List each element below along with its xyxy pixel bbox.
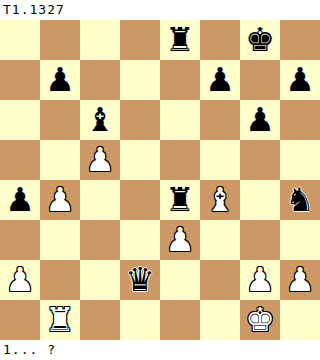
square-e8[interactable]: ♜ bbox=[160, 20, 200, 60]
black-pawn-h7[interactable]: ♟ bbox=[280, 60, 320, 100]
square-f4[interactable]: ♝ bbox=[200, 180, 240, 220]
black-queen-d2[interactable]: ♛ bbox=[120, 260, 160, 300]
white-rook-b1[interactable]: ♜ bbox=[40, 300, 80, 340]
white-bishop-f4[interactable]: ♝ bbox=[200, 180, 240, 220]
square-g2[interactable]: ♟ bbox=[240, 260, 280, 300]
black-king-g8[interactable]: ♚ bbox=[240, 20, 280, 60]
square-d6[interactable] bbox=[120, 100, 160, 140]
square-d5[interactable] bbox=[120, 140, 160, 180]
square-h2[interactable]: ♟ bbox=[280, 260, 320, 300]
square-g6[interactable]: ♟ bbox=[240, 100, 280, 140]
black-rook-e8[interactable]: ♜ bbox=[160, 20, 200, 60]
black-pawn-f7[interactable]: ♟ bbox=[200, 60, 240, 100]
square-b4[interactable]: ♟ bbox=[40, 180, 80, 220]
square-b5[interactable] bbox=[40, 140, 80, 180]
black-pawn-a4[interactable]: ♟ bbox=[0, 180, 40, 220]
square-b8[interactable] bbox=[40, 20, 80, 60]
square-g3[interactable] bbox=[240, 220, 280, 260]
square-a5[interactable] bbox=[0, 140, 40, 180]
square-f5[interactable] bbox=[200, 140, 240, 180]
square-d2[interactable]: ♛ bbox=[120, 260, 160, 300]
square-f7[interactable]: ♟ bbox=[200, 60, 240, 100]
square-a4[interactable]: ♟ bbox=[0, 180, 40, 220]
black-pawn-b7[interactable]: ♟ bbox=[40, 60, 80, 100]
white-pawn-g2[interactable]: ♟ bbox=[240, 260, 280, 300]
move-prompt: 1... ? bbox=[0, 340, 320, 360]
square-f8[interactable] bbox=[200, 20, 240, 60]
square-a3[interactable] bbox=[0, 220, 40, 260]
square-f1[interactable] bbox=[200, 300, 240, 340]
black-knight-h4[interactable]: ♞ bbox=[280, 180, 320, 220]
square-e1[interactable] bbox=[160, 300, 200, 340]
square-c5[interactable]: ♟ bbox=[80, 140, 120, 180]
square-a1[interactable] bbox=[0, 300, 40, 340]
black-pawn-g6[interactable]: ♟ bbox=[240, 100, 280, 140]
square-h3[interactable] bbox=[280, 220, 320, 260]
white-king-g1[interactable]: ♚ bbox=[240, 300, 280, 340]
square-b1[interactable]: ♜ bbox=[40, 300, 80, 340]
white-pawn-b4[interactable]: ♟ bbox=[40, 180, 80, 220]
square-h1[interactable] bbox=[280, 300, 320, 340]
square-e4[interactable]: ♜ bbox=[160, 180, 200, 220]
square-g5[interactable] bbox=[240, 140, 280, 180]
square-d1[interactable] bbox=[120, 300, 160, 340]
white-pawn-h2[interactable]: ♟ bbox=[280, 260, 320, 300]
square-g4[interactable] bbox=[240, 180, 280, 220]
square-d7[interactable] bbox=[120, 60, 160, 100]
square-e7[interactable] bbox=[160, 60, 200, 100]
square-h4[interactable]: ♞ bbox=[280, 180, 320, 220]
square-c2[interactable] bbox=[80, 260, 120, 300]
black-rook-e4[interactable]: ♜ bbox=[160, 180, 200, 220]
square-b2[interactable] bbox=[40, 260, 80, 300]
square-h8[interactable] bbox=[280, 20, 320, 60]
square-g1[interactable]: ♚ bbox=[240, 300, 280, 340]
square-h7[interactable]: ♟ bbox=[280, 60, 320, 100]
square-a8[interactable] bbox=[0, 20, 40, 60]
square-b6[interactable] bbox=[40, 100, 80, 140]
square-e2[interactable] bbox=[160, 260, 200, 300]
white-pawn-e3[interactable]: ♟ bbox=[160, 220, 200, 260]
square-a2[interactable]: ♟ bbox=[0, 260, 40, 300]
square-c7[interactable] bbox=[80, 60, 120, 100]
chess-board: ♜♚♟♟♟♝♟♟♟♟♜♝♞♟♟♛♟♟♜♚ bbox=[0, 20, 320, 340]
square-d3[interactable] bbox=[120, 220, 160, 260]
square-b3[interactable] bbox=[40, 220, 80, 260]
square-c3[interactable] bbox=[80, 220, 120, 260]
square-c1[interactable] bbox=[80, 300, 120, 340]
square-a7[interactable] bbox=[0, 60, 40, 100]
square-b7[interactable]: ♟ bbox=[40, 60, 80, 100]
square-c8[interactable] bbox=[80, 20, 120, 60]
square-e3[interactable]: ♟ bbox=[160, 220, 200, 260]
white-pawn-c5[interactable]: ♟ bbox=[80, 140, 120, 180]
square-e6[interactable] bbox=[160, 100, 200, 140]
square-h6[interactable] bbox=[280, 100, 320, 140]
white-pawn-a2[interactable]: ♟ bbox=[0, 260, 40, 300]
square-f6[interactable] bbox=[200, 100, 240, 140]
tactics-trainer-window: T1.1327 ♜♚♟♟♟♝♟♟♟♟♜♝♞♟♟♛♟♟♜♚ 1... ? bbox=[0, 0, 320, 360]
square-g8[interactable]: ♚ bbox=[240, 20, 280, 60]
square-e5[interactable] bbox=[160, 140, 200, 180]
square-g7[interactable] bbox=[240, 60, 280, 100]
square-d8[interactable] bbox=[120, 20, 160, 60]
square-f2[interactable] bbox=[200, 260, 240, 300]
square-d4[interactable] bbox=[120, 180, 160, 220]
puzzle-id-header: T1.1327 bbox=[0, 0, 320, 20]
square-c4[interactable] bbox=[80, 180, 120, 220]
square-f3[interactable] bbox=[200, 220, 240, 260]
square-a6[interactable] bbox=[0, 100, 40, 140]
square-h5[interactable] bbox=[280, 140, 320, 180]
black-bishop-c6[interactable]: ♝ bbox=[80, 100, 120, 140]
square-c6[interactable]: ♝ bbox=[80, 100, 120, 140]
